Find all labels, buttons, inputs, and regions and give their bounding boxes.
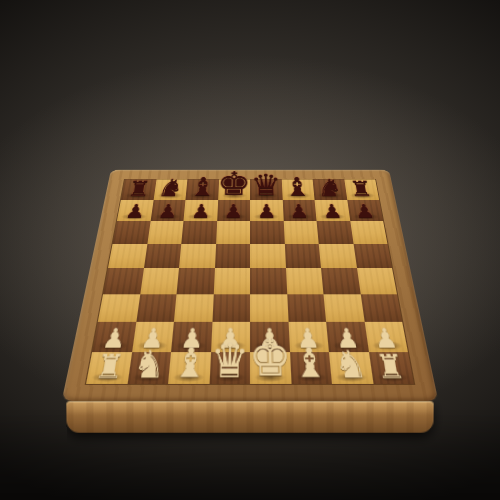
square-a5[interactable]	[108, 244, 147, 268]
photo-backdrop: ♜♞♝♚♛♝♞♜♟♟♟♟♟♟♟♟♟♟♟♟♟♟♟♟♜♞♝♛♚♝♞♜	[0, 0, 500, 500]
piece-black-pawn[interactable]: ♟	[299, 202, 300, 220]
piece-black-pawn[interactable]: ♟	[200, 202, 201, 220]
square-c2[interactable]: ♟	[171, 322, 212, 352]
square-d8[interactable]: ♚	[218, 179, 250, 199]
square-d6[interactable]	[216, 221, 250, 244]
piece-white-bishop[interactable]: ♝	[309, 344, 312, 383]
piece-white-knight[interactable]: ♞	[348, 347, 352, 383]
square-g4[interactable]	[321, 268, 360, 294]
square-g5[interactable]	[319, 244, 357, 268]
square-h4[interactable]	[357, 268, 397, 294]
piece-shadow	[372, 341, 403, 350]
piece-black-pawn[interactable]: ♟	[331, 202, 333, 220]
square-a3[interactable]	[98, 294, 140, 322]
piece-white-queen[interactable]: ♛	[230, 339, 231, 383]
piece-shadow	[214, 372, 245, 382]
square-d3[interactable]	[212, 294, 250, 322]
piece-black-queen[interactable]: ♛	[265, 171, 266, 199]
piece-shadow	[376, 372, 409, 382]
square-f8[interactable]: ♝	[281, 179, 314, 199]
piece-shadow	[336, 372, 368, 382]
piece-white-rook[interactable]: ♜	[388, 351, 393, 383]
square-f7[interactable]: ♟	[282, 200, 316, 221]
piece-black-bishop[interactable]: ♝	[202, 175, 204, 199]
piece-white-pawn[interactable]: ♟	[384, 326, 388, 351]
square-g6[interactable]	[317, 221, 354, 244]
square-e7[interactable]: ♟	[250, 200, 283, 221]
chess-board: ♜♞♝♚♛♝♞♜♟♟♟♟♟♟♟♟♟♟♟♟♟♟♟♟♜♞♝♛♚♝♞♜	[62, 170, 439, 402]
square-a2[interactable]: ♟	[92, 322, 136, 352]
piece-shadow	[97, 341, 128, 350]
square-h6[interactable]	[350, 221, 388, 244]
square-d2[interactable]: ♟	[211, 322, 250, 352]
piece-shadow	[333, 341, 364, 350]
square-c6[interactable]	[181, 221, 216, 244]
square-a6[interactable]	[113, 221, 151, 244]
square-f4[interactable]	[286, 268, 324, 294]
square-c8[interactable]: ♝	[185, 179, 218, 199]
piece-white-knight[interactable]: ♞	[148, 347, 152, 383]
square-e6[interactable]	[250, 221, 284, 244]
square-h1[interactable]: ♜	[368, 352, 414, 384]
piece-white-pawn[interactable]: ♟	[151, 326, 154, 351]
piece-white-pawn[interactable]: ♟	[346, 326, 349, 351]
piece-shadow	[137, 341, 168, 350]
piece-black-bishop[interactable]: ♝	[297, 175, 299, 199]
piece-shadow	[173, 372, 205, 382]
square-e4[interactable]	[250, 268, 287, 294]
square-c5[interactable]	[179, 244, 216, 268]
piece-shadow	[255, 341, 285, 350]
piece-white-pawn[interactable]: ♟	[230, 326, 231, 351]
square-d7[interactable]: ♟	[217, 200, 250, 221]
piece-white-pawn[interactable]: ♟	[191, 326, 193, 351]
square-b8[interactable]: ♞	[153, 179, 187, 199]
piece-white-bishop[interactable]: ♝	[189, 344, 192, 383]
square-d4[interactable]	[213, 268, 250, 294]
square-c3[interactable]	[174, 294, 213, 322]
square-b4[interactable]	[140, 268, 179, 294]
square-g8[interactable]: ♞	[313, 179, 347, 199]
board-frame: ♜♞♝♚♛♝♞♜♟♟♟♟♟♟♟♟♟♟♟♟♟♟♟♟♜♞♝♛♚♝♞♜	[62, 170, 439, 402]
square-f1[interactable]: ♝	[289, 352, 332, 384]
square-g1[interactable]: ♞	[329, 352, 373, 384]
piece-black-pawn[interactable]: ♟	[363, 202, 366, 220]
square-a7[interactable]: ♟	[117, 200, 153, 221]
square-b1[interactable]: ♞	[127, 352, 171, 384]
board-front-edge	[66, 401, 433, 433]
piece-white-pawn[interactable]: ♟	[112, 326, 116, 351]
piece-shadow	[215, 341, 245, 350]
piece-white-pawn[interactable]: ♟	[269, 326, 270, 351]
piece-white-king[interactable]: ♚	[269, 334, 270, 383]
square-g3[interactable]	[323, 294, 364, 322]
piece-shadow	[91, 372, 124, 382]
piece-black-rook[interactable]: ♜	[360, 179, 363, 199]
piece-black-pawn[interactable]: ♟	[167, 202, 169, 220]
square-c7[interactable]: ♟	[183, 200, 217, 221]
piece-black-rook[interactable]: ♜	[137, 179, 140, 199]
piece-shadow	[295, 372, 327, 382]
square-g7[interactable]: ♟	[315, 200, 350, 221]
square-h8[interactable]: ♜	[344, 179, 379, 199]
piece-black-knight[interactable]: ♞	[169, 176, 172, 199]
square-a1[interactable]: ♜	[86, 352, 132, 384]
square-c1[interactable]: ♝	[168, 352, 211, 384]
square-f6[interactable]	[283, 221, 318, 244]
square-a8[interactable]: ♜	[121, 179, 156, 199]
square-f2[interactable]: ♟	[288, 322, 329, 352]
scene: ♜♞♝♚♛♝♞♜♟♟♟♟♟♟♟♟♟♟♟♟♟♟♟♟♜♞♝♛♚♝♞♜	[0, 0, 500, 500]
square-e2[interactable]: ♟	[250, 322, 289, 352]
piece-shadow	[132, 372, 164, 382]
piece-shadow	[176, 341, 206, 350]
piece-shadow	[255, 372, 286, 382]
square-e3[interactable]	[250, 294, 288, 322]
piece-black-pawn[interactable]: ♟	[134, 202, 137, 220]
square-d5[interactable]	[215, 244, 251, 268]
square-b7[interactable]: ♟	[150, 200, 185, 221]
square-c4[interactable]	[177, 268, 215, 294]
square-e8[interactable]: ♛	[250, 179, 282, 199]
square-d1[interactable]: ♛	[209, 352, 250, 384]
square-h2[interactable]: ♟	[364, 322, 408, 352]
square-b2[interactable]: ♟	[132, 322, 174, 352]
piece-black-knight[interactable]: ♞	[328, 176, 331, 199]
square-b3[interactable]	[136, 294, 177, 322]
square-e5[interactable]	[250, 244, 286, 268]
square-b6[interactable]	[147, 221, 184, 244]
square-b5[interactable]	[144, 244, 182, 268]
square-a4[interactable]	[103, 268, 143, 294]
piece-white-rook[interactable]: ♜	[107, 351, 112, 383]
piece-black-king[interactable]: ♚	[234, 168, 235, 199]
piece-white-pawn[interactable]: ♟	[307, 326, 309, 351]
square-h5[interactable]	[353, 244, 392, 268]
square-f3[interactable]	[287, 294, 326, 322]
square-e1[interactable]: ♚	[250, 352, 291, 384]
piece-shadow	[294, 341, 324, 350]
square-f5[interactable]	[284, 244, 321, 268]
square-h7[interactable]: ♟	[347, 200, 383, 221]
square-g2[interactable]: ♟	[326, 322, 368, 352]
square-h3[interactable]	[360, 294, 402, 322]
board-grid: ♜♞♝♚♛♝♞♜♟♟♟♟♟♟♟♟♟♟♟♟♟♟♟♟♜♞♝♛♚♝♞♜	[86, 179, 414, 383]
